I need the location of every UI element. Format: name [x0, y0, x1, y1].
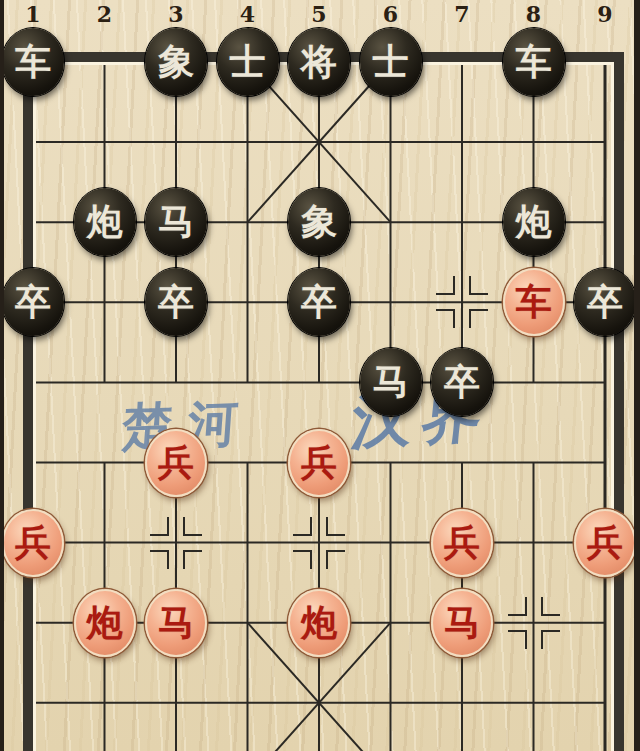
piece-red-horse[interactable]: 马: [145, 589, 207, 657]
piece-black-soldier[interactable]: 卒: [431, 348, 493, 416]
piece-black-soldier[interactable]: 卒: [288, 268, 350, 336]
photo-edge-right: [634, 0, 640, 751]
point-marker: [149, 516, 203, 570]
piece-black-general[interactable]: 将: [288, 28, 350, 96]
piece-red-soldier[interactable]: 兵: [431, 509, 493, 577]
point-marker: [292, 516, 346, 570]
piece-black-soldier[interactable]: 卒: [574, 268, 636, 336]
piece-black-soldier[interactable]: 卒: [2, 268, 64, 336]
piece-black-elephant[interactable]: 象: [288, 188, 350, 256]
piece-black-advisor[interactable]: 士: [217, 28, 279, 96]
piece-red-cannon[interactable]: 炮: [288, 589, 350, 657]
photo-edge-left: [0, 0, 4, 751]
piece-red-chariot[interactable]: 车: [503, 268, 565, 336]
piece-black-chariot[interactable]: 车: [2, 28, 64, 96]
point-marker: [435, 275, 489, 329]
piece-black-cannon[interactable]: 炮: [74, 188, 136, 256]
piece-black-horse[interactable]: 马: [360, 348, 422, 416]
piece-black-cannon[interactable]: 炮: [503, 188, 565, 256]
piece-red-soldier[interactable]: 兵: [288, 429, 350, 497]
piece-black-elephant[interactable]: 象: [145, 28, 207, 96]
piece-black-advisor[interactable]: 士: [360, 28, 422, 96]
piece-red-soldier[interactable]: 兵: [574, 509, 636, 577]
piece-red-soldier[interactable]: 兵: [2, 509, 64, 577]
piece-red-cannon[interactable]: 炮: [74, 589, 136, 657]
xiangqi-board: 123456789 楚河 汉界 车象士将士车炮马象炮卒卒卒车卒马卒兵兵兵兵兵炮马…: [0, 0, 640, 751]
piece-red-soldier[interactable]: 兵: [145, 429, 207, 497]
piece-red-horse[interactable]: 马: [431, 589, 493, 657]
piece-grid: 车象士将士车炮马象炮卒卒卒车卒马卒兵兵兵兵兵炮马炮马: [0, 22, 640, 751]
piece-black-soldier[interactable]: 卒: [145, 268, 207, 336]
piece-black-horse[interactable]: 马: [145, 188, 207, 256]
point-marker: [507, 596, 561, 650]
piece-black-chariot[interactable]: 车: [503, 28, 565, 96]
